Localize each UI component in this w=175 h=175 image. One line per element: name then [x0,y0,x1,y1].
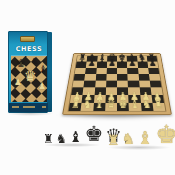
white-king-piece: ♚ [155,122,175,147]
square: ♛ [105,103,117,111]
box-strip-mark [12,106,19,108]
square [117,81,128,88]
white-rook: ♜ [153,99,163,111]
square [84,81,96,88]
lineup-white-shadow [107,145,171,150]
box-front-panel: CHESS ♚ ♞ ♝ ♛ ♟ ♟ [8,31,48,113]
square: ♟ [147,62,158,68]
product-photo-scene: CHESS ♚ ♞ ♝ ♛ ♟ ♟ ♜♞♝♛♚♝♞♜♟♟♟♟♟♟♟♟♟♟♟♟♟♟… [0,0,175,175]
square [106,81,117,88]
square: ♞ [140,103,153,111]
square: ♜ [152,103,165,111]
box-photo-white-pawn-piece: ♟ [38,82,46,91]
white-bishop: ♝ [130,99,139,111]
square: ♟ [107,62,117,68]
square [128,81,139,88]
square: ♝ [93,103,105,111]
square: ♟ [117,62,127,68]
white-knight: ♞ [82,99,92,111]
square: ♝ [129,103,141,111]
box-photo-black-knight-piece: ♞ [31,57,39,66]
white-king: ♚ [119,99,128,111]
black-pawn: ♟ [118,59,126,68]
black-pawn: ♟ [98,59,106,68]
square [139,81,151,88]
black-pawn: ♟ [108,59,116,68]
black-pawn: ♟ [77,59,86,68]
board-squares: ♜♞♝♛♚♝♞♜♟♟♟♟♟♟♟♟♟♟♟♟♟♟♟♟♜♞♝♛♚♝♞♜ [69,56,166,111]
box-photo-white-queen-piece: ♛ [24,69,37,83]
lineup-white: ♜♞♝♚♛♟ [107,114,171,147]
square [95,81,106,88]
lineup-black-shadow [43,143,101,147]
square: ♞ [81,103,94,111]
white-queen: ♛ [107,99,116,111]
black-pawn: ♟ [138,59,146,68]
box-strip-mark [42,106,46,108]
black-king-piece: ♚ [84,124,103,145]
square: ♚ [117,103,129,111]
square: ♟ [127,62,138,68]
white-knight: ♞ [142,99,152,111]
square [150,81,162,88]
black-pawn: ♟ [128,59,136,68]
box-photo-white-pawn-piece: ♟ [14,78,22,87]
brand-logo-badge [20,36,35,42]
white-bishop: ♝ [94,99,103,111]
box-photo-black-bishop-piece: ♝ [39,65,47,74]
square: ♟ [96,62,107,68]
black-pawn: ♟ [148,59,157,68]
chess-box: CHESS ♚ ♞ ♝ ♛ ♟ ♟ [8,31,52,113]
box-cover-photo: ♚ ♞ ♝ ♛ ♟ ♟ [11,55,47,102]
white-rook: ♜ [70,99,80,111]
lineup-black: ♜♞♝♚♛♟ [43,120,101,145]
black-pawn: ♟ [87,59,95,68]
box-strip-mark [23,106,35,108]
chess-board: ♜♞♝♛♚♝♞♜♟♟♟♟♟♟♟♟♟♟♟♟♟♟♟♟♜♞♝♛♚♝♞♜ [62,53,172,115]
box-shadow [6,111,54,116]
box-side-panel [48,32,52,112]
box-title: CHESS [9,45,49,53]
